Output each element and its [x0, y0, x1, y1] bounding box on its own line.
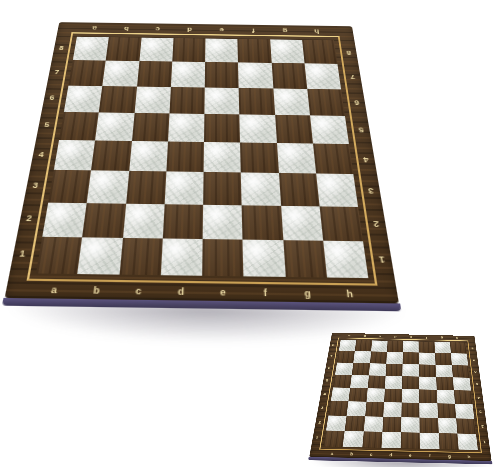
coord-label-left-8: 8 — [332, 344, 335, 347]
square-h4 — [313, 144, 354, 175]
square-g2 — [281, 205, 323, 240]
square-e2 — [401, 417, 420, 433]
coord-label-left-5: 5 — [44, 122, 50, 129]
square-h1 — [323, 240, 368, 278]
square-e3 — [203, 172, 242, 205]
coord-label-top-c: c — [156, 26, 161, 32]
coord-label-top-d: d — [394, 335, 396, 338]
coord-label-right-5: 5 — [359, 126, 365, 133]
coord-label-left-8: 8 — [59, 45, 65, 51]
square-h6 — [452, 365, 470, 378]
square-d2 — [163, 204, 204, 239]
board-frame: abcdefgh abcdefgh 87654321 87654321 — [309, 333, 491, 461]
square-a6 — [335, 362, 353, 375]
coord-label-top-f: f — [252, 27, 255, 33]
square-c7 — [137, 61, 172, 86]
square-c1 — [119, 238, 163, 276]
coord-label-left-4: 4 — [38, 151, 45, 159]
square-h5 — [310, 115, 349, 144]
square-d6 — [385, 363, 402, 376]
square-h8 — [302, 40, 338, 64]
square-g8 — [434, 342, 450, 353]
square-f8 — [419, 341, 435, 352]
coord-label-left-1: 1 — [19, 250, 26, 259]
square-d5 — [385, 376, 403, 389]
square-h2 — [456, 418, 476, 434]
board-frame: abcdefgh abcdefgh 87654321 87654321 — [5, 22, 399, 303]
square-b4 — [349, 388, 368, 402]
coord-label-right-2: 2 — [481, 424, 484, 428]
square-e1 — [202, 239, 244, 277]
coord-label-right-4: 4 — [478, 396, 481, 399]
square-c4 — [129, 141, 168, 172]
square-c5 — [132, 113, 170, 142]
coord-label-right-1: 1 — [379, 255, 386, 264]
square-f2 — [242, 205, 283, 240]
square-a5 — [333, 375, 352, 388]
coord-label-left-7: 7 — [54, 69, 60, 75]
square-f2 — [420, 417, 439, 433]
square-c2 — [122, 203, 164, 238]
coord-label-bottom-e: e — [220, 287, 226, 297]
square-e2 — [203, 204, 243, 239]
square-d4 — [166, 141, 204, 172]
square-g7 — [435, 353, 452, 365]
square-d8 — [387, 341, 403, 352]
square-b2 — [82, 203, 125, 238]
square-e5 — [402, 376, 419, 389]
chess-board-large[interactable]: abcdefgh abcdefgh 87654321 87654321 — [5, 22, 399, 303]
square-f3 — [419, 403, 437, 418]
square-g7 — [271, 63, 307, 89]
square-f7 — [419, 353, 436, 365]
square-e7 — [403, 352, 419, 364]
square-d1 — [161, 238, 203, 276]
square-b7 — [353, 351, 370, 363]
square-e7 — [205, 62, 239, 88]
coord-label-top-g: g — [441, 336, 444, 339]
coord-label-right-3: 3 — [479, 410, 482, 414]
coord-label-left-4: 4 — [323, 392, 326, 395]
square-h7 — [451, 353, 468, 365]
square-h7 — [304, 64, 341, 90]
square-c6 — [369, 363, 387, 376]
coord-label-bottom-h: h — [346, 289, 354, 299]
square-e6 — [204, 87, 239, 114]
coord-label-bottom-c: c — [135, 286, 142, 296]
coord-label-bottom-a: a — [51, 285, 58, 295]
square-d2 — [382, 417, 401, 433]
square-g3 — [437, 403, 456, 418]
square-h3 — [316, 174, 358, 207]
coord-label-right-7: 7 — [350, 73, 356, 79]
coord-label-bottom-b: b — [350, 452, 353, 456]
coord-label-bottom-h: h — [467, 455, 470, 459]
square-g1 — [439, 433, 459, 450]
square-c8 — [371, 340, 388, 351]
square-b6 — [352, 363, 370, 376]
coord-label-right-2: 2 — [373, 219, 380, 228]
coord-label-top-b: b — [123, 25, 128, 31]
square-c6 — [134, 86, 171, 113]
coord-label-left-3: 3 — [32, 182, 39, 190]
coord-label-right-1: 1 — [483, 440, 486, 444]
square-f7 — [238, 63, 273, 89]
square-d8 — [172, 38, 205, 62]
square-a4 — [54, 140, 95, 171]
square-f4 — [240, 143, 278, 174]
square-b4 — [91, 140, 131, 171]
coord-label-top-b: b — [363, 334, 366, 337]
square-a2 — [326, 415, 347, 431]
coord-label-right-6: 6 — [354, 99, 360, 106]
square-b7 — [103, 61, 139, 86]
coord-label-left-7: 7 — [330, 355, 333, 358]
coord-label-top-d: d — [187, 26, 192, 32]
coord-label-bottom-g: g — [448, 454, 451, 458]
square-e3 — [401, 403, 419, 418]
square-e8 — [403, 341, 419, 352]
square-a3 — [48, 170, 91, 203]
square-b8 — [355, 340, 372, 351]
square-d1 — [381, 432, 401, 449]
coord-label-top-a: a — [348, 334, 351, 337]
square-g6 — [273, 88, 310, 115]
square-b5 — [350, 375, 368, 388]
square-c4 — [366, 388, 384, 402]
square-h2 — [319, 206, 363, 241]
coord-label-right-8: 8 — [471, 347, 474, 350]
square-d4 — [384, 389, 402, 403]
square-a7 — [337, 351, 355, 363]
square-a1 — [323, 430, 344, 446]
square-h5 — [453, 377, 471, 390]
coord-label-bottom-a: a — [330, 451, 333, 455]
square-b5 — [95, 112, 134, 141]
coord-label-left-2: 2 — [25, 215, 32, 224]
square-e4 — [402, 389, 420, 403]
coord-label-left-6: 6 — [328, 367, 331, 370]
gold-pinstripe — [27, 32, 378, 285]
square-f4 — [419, 389, 437, 403]
square-b3 — [87, 171, 129, 204]
square-b1 — [343, 431, 364, 447]
square-g1 — [283, 240, 327, 278]
coord-label-right-5: 5 — [476, 383, 479, 386]
coord-label-right-4: 4 — [363, 155, 369, 163]
square-f1 — [420, 433, 439, 450]
square-a4 — [331, 387, 350, 401]
coord-label-bottom-c: c — [370, 452, 373, 456]
coord-label-bottom-g: g — [304, 288, 311, 298]
square-e4 — [204, 142, 241, 173]
coord-label-bottom-e: e — [409, 453, 412, 457]
coord-label-left-5: 5 — [326, 379, 329, 382]
coord-label-left-1: 1 — [315, 436, 318, 440]
square-c7 — [370, 351, 387, 363]
coord-label-top-f: f — [426, 336, 427, 339]
square-h8 — [450, 342, 467, 353]
coord-label-top-c: c — [379, 335, 381, 338]
coord-label-bottom-f: f — [263, 288, 267, 298]
square-d7 — [386, 352, 403, 364]
square-a8 — [339, 340, 356, 351]
square-f5 — [419, 376, 436, 389]
coord-label-bottom-b: b — [93, 285, 101, 295]
square-a5 — [59, 112, 99, 141]
square-a7 — [68, 60, 105, 85]
coord-label-top-e: e — [410, 336, 412, 339]
square-g8 — [270, 39, 305, 63]
coord-label-left-2: 2 — [318, 421, 321, 425]
square-e5 — [204, 114, 240, 143]
coord-label-right-3: 3 — [368, 186, 375, 194]
square-a6 — [64, 85, 103, 112]
coord-label-top-h: h — [456, 337, 459, 340]
square-b6 — [99, 86, 137, 113]
square-a1 — [36, 237, 82, 274]
square-e6 — [402, 364, 419, 377]
square-f8 — [238, 39, 272, 63]
coord-label-top-a: a — [92, 25, 97, 31]
square-b3 — [347, 401, 367, 416]
square-c5 — [367, 375, 385, 388]
coord-label-bottom-d: d — [389, 453, 392, 457]
square-g5 — [436, 377, 454, 390]
square-d3 — [383, 402, 402, 417]
board-grid — [36, 37, 368, 278]
square-h4 — [454, 390, 473, 404]
coord-label-left-6: 6 — [49, 95, 55, 102]
square-g6 — [435, 365, 452, 378]
square-g4 — [276, 143, 315, 174]
coord-label-left-3: 3 — [321, 406, 324, 410]
square-f5 — [240, 114, 277, 143]
coord-label-right-8: 8 — [346, 49, 351, 55]
square-f3 — [241, 173, 281, 206]
coord-label-bottom-f: f — [429, 454, 431, 458]
square-c2 — [364, 416, 384, 432]
square-d6 — [169, 87, 204, 114]
square-g2 — [438, 418, 457, 434]
square-b2 — [345, 416, 365, 432]
square-c1 — [362, 431, 382, 447]
square-d7 — [171, 62, 205, 87]
square-a8 — [73, 37, 109, 61]
board-grid — [323, 340, 477, 450]
square-f6 — [239, 88, 275, 115]
square-h6 — [307, 89, 345, 116]
square-e1 — [401, 432, 420, 449]
coord-label-top-h: h — [314, 28, 320, 34]
square-d5 — [168, 113, 205, 142]
square-b1 — [77, 237, 122, 275]
square-c8 — [139, 38, 173, 62]
square-a3 — [328, 401, 348, 416]
chess-board-small[interactable]: abcdefgh abcdefgh 87654321 87654321 — [309, 333, 491, 461]
gold-pinstripe — [319, 338, 482, 454]
square-b8 — [106, 37, 141, 61]
square-e8 — [205, 39, 238, 63]
square-c3 — [126, 171, 166, 204]
coord-label-right-7: 7 — [473, 358, 476, 361]
square-d3 — [164, 172, 203, 205]
coord-label-bottom-d: d — [177, 287, 184, 297]
square-h1 — [457, 433, 478, 450]
square-a2 — [42, 202, 87, 237]
coord-label-top-e: e — [219, 27, 223, 33]
square-c3 — [365, 402, 384, 417]
coord-label-right-6: 6 — [474, 370, 477, 373]
square-g4 — [437, 390, 455, 404]
square-f6 — [419, 364, 436, 377]
square-g5 — [275, 115, 313, 144]
coord-label-top-g: g — [282, 27, 287, 33]
square-f1 — [243, 239, 286, 277]
square-h3 — [455, 404, 474, 419]
square-g3 — [278, 173, 319, 206]
